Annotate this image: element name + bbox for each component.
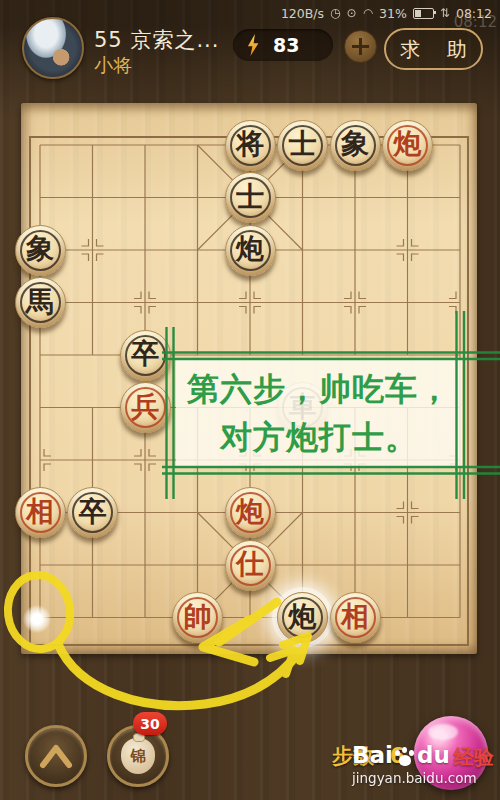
note-line-1: 第六步，帅吃车， — [187, 365, 451, 413]
lightning-icon — [245, 34, 261, 56]
brocade-bag-icon: 锦 — [121, 738, 155, 774]
rank-label: 小将 — [94, 53, 132, 79]
piece-卒-black[interactable]: 卒 — [120, 330, 171, 381]
piece-glyph: 馬 — [26, 288, 54, 316]
piece-士-black[interactable]: 士 — [277, 120, 328, 171]
piece-象-black[interactable]: 象 — [15, 225, 66, 276]
jingyan-label: 经验 — [454, 747, 494, 767]
piece-glyph: 炮 — [236, 235, 264, 263]
energy-value: 83 — [273, 34, 299, 56]
piece-glyph: 象 — [341, 130, 369, 158]
add-energy-button[interactable] — [344, 30, 377, 63]
network-speed: 120B/s — [281, 6, 324, 21]
piece-炮-black[interactable]: 炮 — [225, 225, 276, 276]
board-glow-dot — [23, 605, 51, 633]
battery-icon — [413, 8, 434, 19]
piece-炮-red[interactable]: 炮 — [225, 487, 276, 538]
piece-仕-red[interactable]: 仕 — [225, 540, 276, 591]
move-note-overlay: 第六步，帅吃车， 对方炮打士。 — [176, 359, 462, 467]
piece-glyph: 士 — [289, 130, 317, 158]
piece-炮-black[interactable]: 炮 — [277, 592, 328, 643]
note-line-2: 对方炮打士。 — [220, 413, 418, 461]
level-title: 55 京索之... — [94, 26, 219, 54]
piece-glyph: 炮 — [236, 498, 264, 526]
energy-pill: 83 — [233, 29, 333, 61]
app-screen: 120B/s ◷ ⊙ ◠ 31% ⇅ 08:12 08:12 55 京索之...… — [0, 0, 500, 800]
piece-glyph: 相 — [26, 498, 54, 526]
wifi-icon: ◠ — [363, 6, 373, 20]
chevron-up-icon — [36, 741, 76, 771]
baidu-paw-icon — [395, 747, 415, 767]
alarm-clock-icon: ◷ — [330, 6, 340, 20]
piece-兵-red[interactable]: 兵 — [120, 382, 171, 433]
signal-icon: ⇅ — [440, 6, 450, 20]
piece-将-black[interactable]: 将 — [225, 120, 276, 171]
piece-glyph: 卒 — [131, 340, 159, 368]
hint-bag-button[interactable]: 锦 — [107, 725, 169, 787]
piece-象-black[interactable]: 象 — [330, 120, 381, 171]
piece-glyph: 象 — [26, 235, 54, 263]
piece-相-red[interactable]: 相 — [330, 592, 381, 643]
status-bar: 120B/s ◷ ⊙ ◠ 31% ⇅ 08:12 — [0, 0, 500, 26]
baidu-logo-text: Bai — [352, 744, 393, 767]
piece-glyph: 士 — [236, 183, 264, 211]
piece-glyph: 炮 — [394, 130, 422, 158]
piece-馬-black[interactable]: 馬 — [15, 277, 66, 328]
collapse-button[interactable] — [25, 725, 87, 787]
watermark: Bai du 经验 jingyan.baidu.com — [352, 744, 494, 786]
avatar[interactable] — [22, 17, 84, 79]
piece-glyph: 帥 — [184, 603, 212, 631]
piece-glyph: 仕 — [236, 550, 264, 578]
piece-卒-black[interactable]: 卒 — [67, 487, 118, 538]
piece-帥-red[interactable]: 帥 — [172, 592, 223, 643]
bag-count-badge: 30 — [133, 712, 167, 735]
piece-glyph: 将 — [236, 130, 264, 158]
piece-glyph: 相 — [341, 603, 369, 631]
watermark-url: jingyan.baidu.com — [352, 772, 494, 786]
battery-percent: 31% — [379, 6, 407, 21]
eye-icon: ⊙ — [347, 6, 357, 20]
piece-glyph: 兵 — [131, 393, 159, 421]
piece-士-black[interactable]: 士 — [225, 172, 276, 223]
piece-炮-red[interactable]: 炮 — [382, 120, 433, 171]
help-button[interactable]: 求 助 — [384, 28, 483, 70]
piece-相-red[interactable]: 相 — [15, 487, 66, 538]
status-time: 08:12 — [456, 6, 492, 21]
piece-glyph: 卒 — [79, 498, 107, 526]
piece-glyph: 炮 — [289, 603, 317, 631]
